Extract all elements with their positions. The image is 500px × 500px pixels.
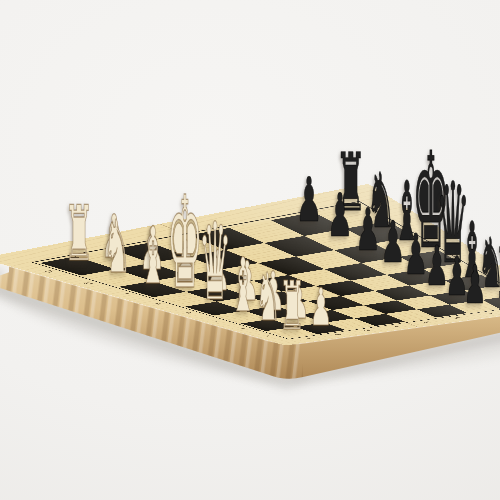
photo-background: hgfedcba87654321 ♜♞♝♛♚♝♞♜♟♟♟♟♟♟♟♟♟♟♟♟♟♟♟… <box>0 0 500 500</box>
